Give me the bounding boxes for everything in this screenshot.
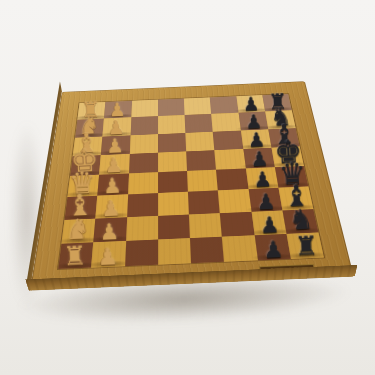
piece-white-pawn[interactable]: ♟ [101, 198, 121, 218]
square-c5[interactable] [188, 191, 220, 215]
square-a5[interactable] [190, 237, 224, 264]
square-d4[interactable] [158, 171, 188, 193]
square-h4[interactable] [158, 99, 185, 117]
piece-white-rook[interactable]: ♜ [62, 244, 86, 269]
square-c6[interactable] [218, 189, 251, 213]
chess-board: ♜♟♟♜♞♟♟♞♝♟♟♝♚♟♟♚♛♟♟♛♝♟♟♝♞♟♟♞♜♟♟♜ BOTTICE… [30, 81, 354, 290]
square-f2[interactable]: ♟ [101, 135, 130, 155]
board-frame: ♜♟♟♜♞♟♟♞♝♟♟♝♚♟♟♚♛♟♟♛♝♟♟♝♞♟♟♞♜♟♟♜ BOTTICE… [30, 81, 354, 290]
square-e4[interactable] [158, 151, 187, 172]
square-a2[interactable]: ♟ [91, 241, 125, 268]
square-c3[interactable] [127, 193, 158, 217]
square-b4[interactable] [158, 214, 190, 239]
square-g4[interactable] [158, 115, 186, 134]
square-g3[interactable] [130, 116, 158, 135]
board-grid: ♜♟♟♜♞♟♟♞♝♟♟♝♚♟♟♚♛♟♟♛♝♟♟♝♞♟♟♞♜♟♟♜ [58, 94, 324, 269]
square-c7[interactable]: ♟ [248, 188, 282, 211]
square-b2[interactable]: ♟ [94, 217, 127, 242]
square-a4[interactable] [158, 238, 191, 265]
square-a8[interactable]: ♜ [286, 232, 324, 259]
square-f5[interactable] [185, 131, 214, 151]
square-e3[interactable] [129, 153, 158, 174]
piece-white-pawn[interactable]: ♟ [99, 221, 120, 242]
square-b5[interactable] [189, 213, 222, 238]
piece-white-pawn[interactable]: ♟ [103, 176, 122, 195]
square-c4[interactable] [158, 192, 189, 216]
square-d2[interactable]: ♟ [98, 174, 129, 196]
piece-black-pawn[interactable]: ♟ [256, 191, 276, 211]
square-f3[interactable] [129, 134, 157, 154]
piece-white-pawn[interactable]: ♟ [97, 246, 118, 267]
square-d5[interactable] [187, 170, 218, 192]
square-d6[interactable] [216, 168, 248, 190]
piece-black-rook[interactable]: ♜ [295, 234, 319, 259]
square-c2[interactable]: ♟ [96, 195, 128, 219]
piece-black-pawn[interactable]: ♟ [253, 170, 272, 189]
square-e2[interactable]: ♟ [99, 154, 129, 175]
square-h5[interactable] [184, 97, 212, 115]
piece-white-pawn[interactable]: ♟ [104, 156, 123, 175]
piece-white-knight[interactable]: ♞ [64, 218, 90, 244]
square-h3[interactable] [131, 100, 158, 118]
square-g5[interactable] [185, 114, 213, 133]
piece-black-knight[interactable]: ♞ [289, 208, 315, 234]
square-f4[interactable] [158, 133, 186, 153]
piece-black-pawn[interactable]: ♟ [263, 239, 284, 260]
square-b3[interactable] [126, 216, 158, 241]
piece-black-pawn[interactable]: ♟ [250, 149, 269, 168]
square-d7[interactable]: ♟ [245, 167, 278, 189]
square-a3[interactable] [125, 239, 158, 266]
square-e5[interactable] [186, 150, 216, 171]
square-b6[interactable] [220, 211, 254, 236]
square-e6[interactable] [215, 149, 246, 170]
photo-background: ♜♟♟♜♞♟♟♞♝♟♟♝♚♟♟♚♛♟♟♛♝♟♟♝♞♟♟♞♜♟♟♜ BOTTICE… [0, 0, 375, 375]
piece-black-pawn[interactable]: ♟ [260, 214, 281, 235]
square-d3[interactable] [128, 172, 158, 194]
